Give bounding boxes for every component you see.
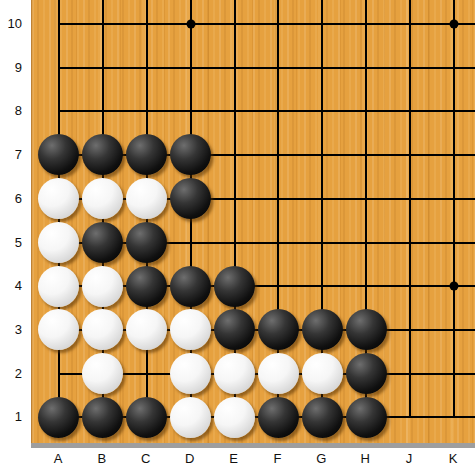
intersection-B1[interactable] xyxy=(81,395,125,439)
black-stone-D6 xyxy=(170,178,211,219)
white-stone-D2 xyxy=(170,353,211,394)
black-stone-A7 xyxy=(38,134,79,175)
intersection-C3[interactable] xyxy=(125,308,169,352)
board-grid xyxy=(37,2,475,439)
intersection-A6[interactable] xyxy=(37,177,81,221)
intersection-H8[interactable] xyxy=(344,89,388,133)
intersection-K3[interactable] xyxy=(432,308,475,352)
intersection-H1[interactable] xyxy=(344,395,388,439)
intersection-D10[interactable] xyxy=(169,2,213,46)
col-label-C: C xyxy=(134,451,158,467)
black-stone-E4 xyxy=(214,266,255,307)
intersection-H4[interactable] xyxy=(344,264,388,308)
black-stone-B5 xyxy=(82,222,123,263)
black-stone-G3 xyxy=(302,309,343,350)
intersection-E7[interactable] xyxy=(213,133,257,177)
intersection-G6[interactable] xyxy=(300,177,344,221)
white-stone-B6 xyxy=(82,178,123,219)
intersection-J7[interactable] xyxy=(388,133,432,177)
intersection-K6[interactable] xyxy=(432,177,475,221)
intersection-J3[interactable] xyxy=(388,308,432,352)
intersection-D7[interactable] xyxy=(169,133,213,177)
intersection-K8[interactable] xyxy=(432,89,475,133)
white-stone-C3 xyxy=(126,309,167,350)
intersection-G1[interactable] xyxy=(300,395,344,439)
black-stone-H1 xyxy=(346,397,387,438)
row-label-7: 7 xyxy=(0,147,22,163)
intersection-C2[interactable] xyxy=(125,352,169,396)
col-label-J: J xyxy=(397,451,421,467)
white-stone-A4 xyxy=(38,266,79,307)
intersection-K7[interactable] xyxy=(432,133,475,177)
white-stone-C6 xyxy=(126,178,167,219)
white-stone-B2 xyxy=(82,353,123,394)
intersection-A2[interactable] xyxy=(37,352,81,396)
intersection-A3[interactable] xyxy=(37,308,81,352)
row-label-5: 5 xyxy=(0,235,22,251)
intersection-C6[interactable] xyxy=(125,177,169,221)
row-label-4: 4 xyxy=(0,278,22,294)
white-stone-D3 xyxy=(170,309,211,350)
intersection-E3[interactable] xyxy=(213,308,257,352)
board-bottom-shadow xyxy=(31,443,475,448)
black-stone-G1 xyxy=(302,397,343,438)
intersection-J10[interactable] xyxy=(388,2,432,46)
col-label-F: F xyxy=(265,451,289,467)
row-label-3: 3 xyxy=(0,322,22,338)
intersection-E5[interactable] xyxy=(213,221,257,265)
intersection-K9[interactable] xyxy=(432,46,475,90)
col-label-G: G xyxy=(309,451,333,467)
intersection-D9[interactable] xyxy=(169,46,213,90)
intersection-B7[interactable] xyxy=(81,133,125,177)
black-stone-C7 xyxy=(126,134,167,175)
black-stone-H3 xyxy=(346,309,387,350)
intersection-G3[interactable] xyxy=(300,308,344,352)
black-stone-F3 xyxy=(258,309,299,350)
row-label-9: 9 xyxy=(0,60,22,76)
intersection-C10[interactable] xyxy=(125,2,169,46)
go-board xyxy=(31,0,475,443)
intersection-A1[interactable] xyxy=(37,395,81,439)
intersection-F5[interactable] xyxy=(256,221,300,265)
intersection-F1[interactable] xyxy=(256,395,300,439)
intersection-E1[interactable] xyxy=(213,395,257,439)
intersection-A9[interactable] xyxy=(37,46,81,90)
intersection-J4[interactable] xyxy=(388,264,432,308)
intersection-H7[interactable] xyxy=(344,133,388,177)
intersection-K4[interactable] xyxy=(432,264,475,308)
intersection-G4[interactable] xyxy=(300,264,344,308)
intersection-E9[interactable] xyxy=(213,46,257,90)
row-label-2: 2 xyxy=(0,366,22,382)
intersection-G10[interactable] xyxy=(300,2,344,46)
black-stone-F1 xyxy=(258,397,299,438)
intersection-A4[interactable] xyxy=(37,264,81,308)
intersection-D1[interactable] xyxy=(169,395,213,439)
col-label-D: D xyxy=(178,451,202,467)
black-stone-D7 xyxy=(170,134,211,175)
intersection-C1[interactable] xyxy=(125,395,169,439)
intersection-C7[interactable] xyxy=(125,133,169,177)
col-label-E: E xyxy=(222,451,246,467)
intersection-B4[interactable] xyxy=(81,264,125,308)
intersection-B3[interactable] xyxy=(81,308,125,352)
row-label-8: 8 xyxy=(0,103,22,119)
white-stone-G2 xyxy=(302,353,343,394)
intersection-F10[interactable] xyxy=(256,2,300,46)
intersection-B8[interactable] xyxy=(81,89,125,133)
intersection-E8[interactable] xyxy=(213,89,257,133)
intersection-E4[interactable] xyxy=(213,264,257,308)
intersection-E2[interactable] xyxy=(213,352,257,396)
intersection-G5[interactable] xyxy=(300,221,344,265)
row-label-10: 10 xyxy=(0,16,22,32)
row-label-6: 6 xyxy=(0,191,22,207)
black-stone-B1 xyxy=(82,397,123,438)
intersection-J5[interactable] xyxy=(388,221,432,265)
intersection-C5[interactable] xyxy=(125,221,169,265)
intersection-J1[interactable] xyxy=(388,395,432,439)
intersection-F9[interactable] xyxy=(256,46,300,90)
intersection-D5[interactable] xyxy=(169,221,213,265)
intersection-G8[interactable] xyxy=(300,89,344,133)
white-stone-B3 xyxy=(82,309,123,350)
white-stone-A5 xyxy=(38,222,79,263)
black-stone-E3 xyxy=(214,309,255,350)
intersection-H3[interactable] xyxy=(344,308,388,352)
intersection-G2[interactable] xyxy=(300,352,344,396)
intersection-H2[interactable] xyxy=(344,352,388,396)
intersection-F3[interactable] xyxy=(256,308,300,352)
black-stone-H2 xyxy=(346,353,387,394)
black-stone-D4 xyxy=(170,266,211,307)
intersection-F8[interactable] xyxy=(256,89,300,133)
intersection-E6[interactable] xyxy=(213,177,257,221)
black-stone-C1 xyxy=(126,397,167,438)
intersection-A10[interactable] xyxy=(37,2,81,46)
intersection-D2[interactable] xyxy=(169,352,213,396)
white-stone-E2 xyxy=(214,353,255,394)
col-label-A: A xyxy=(46,451,70,467)
intersection-A7[interactable] xyxy=(37,133,81,177)
intersection-K10[interactable] xyxy=(432,2,475,46)
intersection-J2[interactable] xyxy=(388,352,432,396)
intersection-D6[interactable] xyxy=(169,177,213,221)
black-stone-A1 xyxy=(38,397,79,438)
intersection-B5[interactable] xyxy=(81,221,125,265)
intersection-F2[interactable] xyxy=(256,352,300,396)
intersection-F7[interactable] xyxy=(256,133,300,177)
white-stone-D1 xyxy=(170,397,211,438)
intersection-E10[interactable] xyxy=(213,2,257,46)
intersection-J8[interactable] xyxy=(388,89,432,133)
black-stone-C5 xyxy=(126,222,167,263)
white-stone-A3 xyxy=(38,309,79,350)
intersection-B2[interactable] xyxy=(81,352,125,396)
intersection-F4[interactable] xyxy=(256,264,300,308)
intersection-K2[interactable] xyxy=(432,352,475,396)
black-stone-C4 xyxy=(126,266,167,307)
intersection-A5[interactable] xyxy=(37,221,81,265)
intersection-F6[interactable] xyxy=(256,177,300,221)
intersection-D4[interactable] xyxy=(169,264,213,308)
white-stone-A6 xyxy=(38,178,79,219)
go-diagram: 10987654321ABCDEFGHJK xyxy=(0,0,475,475)
black-stone-B7 xyxy=(82,134,123,175)
white-stone-B4 xyxy=(82,266,123,307)
intersection-B6[interactable] xyxy=(81,177,125,221)
intersection-C9[interactable] xyxy=(125,46,169,90)
intersection-D8[interactable] xyxy=(169,89,213,133)
intersection-G9[interactable] xyxy=(300,46,344,90)
intersection-K1[interactable] xyxy=(432,395,475,439)
intersection-C8[interactable] xyxy=(125,89,169,133)
intersection-K5[interactable] xyxy=(432,221,475,265)
intersection-H10[interactable] xyxy=(344,2,388,46)
col-label-H: H xyxy=(353,451,377,467)
intersection-J6[interactable] xyxy=(388,177,432,221)
col-label-B: B xyxy=(90,451,114,467)
row-label-1: 1 xyxy=(0,409,22,425)
white-stone-F2 xyxy=(258,353,299,394)
intersection-G7[interactable] xyxy=(300,133,344,177)
intersection-C4[interactable] xyxy=(125,264,169,308)
intersection-D3[interactable] xyxy=(169,308,213,352)
intersection-J9[interactable] xyxy=(388,46,432,90)
white-stone-E1 xyxy=(214,397,255,438)
intersection-H5[interactable] xyxy=(344,221,388,265)
intersection-H9[interactable] xyxy=(344,46,388,90)
intersection-A8[interactable] xyxy=(37,89,81,133)
intersection-H6[interactable] xyxy=(344,177,388,221)
col-label-K: K xyxy=(441,451,465,467)
intersection-B9[interactable] xyxy=(81,46,125,90)
intersection-B10[interactable] xyxy=(81,2,125,46)
